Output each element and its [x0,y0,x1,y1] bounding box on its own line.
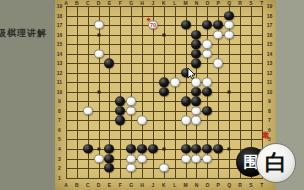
coordinate-label-row: 9 [268,99,271,104]
coordinate-label-row: 12 [267,70,273,75]
coordinate-label-row: 6 [268,127,271,132]
coordinate-label-column: B [75,0,79,5]
coordinate-label-column: M [183,0,187,5]
coordinate-label-row: 10 [57,89,63,94]
black-stone [202,106,212,115]
coordinate-label-row: 11 [267,80,272,85]
coordinate-label-row: 8 [58,108,61,113]
coordinate-label-row: 15 [57,42,63,47]
star-point [228,147,231,150]
white-stone [126,106,136,115]
lecture-title: 级棋理讲解 [0,28,57,39]
white-stone [181,154,191,163]
coordinate-label-column: E [108,182,111,187]
coordinate-label-column: P [217,0,220,5]
black-stone [148,144,158,153]
black-stone [213,20,223,29]
white-stone [191,154,201,163]
black-stone [213,144,223,153]
star-point [162,147,165,150]
white-stone [224,30,234,39]
coordinate-label-row: 16 [57,32,63,37]
black-stone [137,144,147,153]
coordinate-label-column: R [238,0,242,5]
white-stone [170,78,180,87]
coordinate-label-row: 4 [58,146,61,151]
coordinate-label-column: D [97,0,101,5]
logo-white-stone-icon: 白 [256,143,296,183]
coordinate-label-column: H [140,0,144,5]
black-stone [104,58,114,67]
coordinate-label-column: G [129,0,133,5]
white-stone [202,154,212,163]
black-stone [202,144,212,153]
grid-line-horizontal [66,120,263,121]
white-stone [137,154,147,163]
white-stone [191,116,201,125]
coordinate-label-row: 18 [57,13,63,18]
white-stone [94,20,104,29]
grid-line-horizontal [66,139,263,140]
black-stone [126,144,136,153]
coordinate-label-column: D [97,182,101,187]
star-point [97,33,100,36]
white-stone [126,154,136,163]
star-point [97,147,100,150]
last-move-number: 70 [150,23,156,28]
coordinate-label-row: 3 [58,156,61,161]
coordinate-label-row: 13 [57,61,63,66]
star-point [97,90,100,93]
black-stone [83,144,93,153]
coordinate-label-row: 8 [268,108,271,113]
coordinate-label-row: 15 [267,42,273,47]
white-stone [202,49,212,58]
star-point [162,33,165,36]
white-stone [83,106,93,115]
coordinate-label-row: 7 [58,118,61,123]
grid-line-horizontal [66,101,263,102]
coordinate-label-row: 7 [268,118,271,123]
coordinate-label-column: Q [227,0,231,5]
black-stone [191,87,201,96]
coordinate-label-row: 17 [57,23,63,28]
coordinate-label-column: A [64,182,68,187]
coordinate-label-row: 6 [58,127,61,132]
white-stone [94,154,104,163]
coordinate-label-column: C [86,0,90,5]
grid-line-horizontal [66,111,263,112]
coordinate-label-column: J [152,0,155,5]
white-stone [94,49,104,58]
coordinate-label-column: N [195,0,199,5]
coordinate-label-column: E [108,0,111,5]
video-frame: { "game": "go", "board_size": 19, "left_… [0,0,304,190]
coordinate-label-row: 14 [57,51,63,56]
coordinate-label-column: L [173,182,176,187]
black-stone [224,11,234,20]
coordinate-label-row: 10 [267,89,273,94]
left-info-panel: 级棋理讲解 [0,0,56,190]
coordinate-label-column: R [238,182,242,187]
white-stone [213,58,223,67]
white-stone [191,106,201,115]
coordinate-label-row: 14 [267,51,273,56]
white-stone [202,39,212,48]
black-stone [104,144,114,153]
coordinate-label-column: F [119,0,122,5]
black-stone [191,49,201,58]
white-stone [126,163,136,172]
coordinate-label-column: F [119,182,122,187]
coordinate-label-column: K [162,182,166,187]
coordinate-label-column: H [140,182,144,187]
coordinate-label-column: O [205,182,209,187]
coordinate-label-column: C [86,182,90,187]
coordinate-label-row: 9 [58,99,61,104]
coordinate-label-column: P [217,182,220,187]
white-stone [181,116,191,125]
grid-line-horizontal [66,130,263,131]
white-stone [159,163,169,172]
coordinate-label-row: 2 [58,166,61,171]
black-stone [181,144,191,153]
black-stone [115,116,125,125]
coordinate-label-row: 12 [57,70,63,75]
coordinate-label-row: 19 [267,4,273,9]
black-stone [191,39,201,48]
coordinate-label-row: 13 [267,61,273,66]
black-stone [159,87,169,96]
coordinate-label-column: T [260,0,263,5]
coordinate-label-row: 19 [57,4,63,9]
white-stone [213,30,223,39]
black-stone [159,78,169,87]
black-stone [104,154,114,163]
black-stone [191,30,201,39]
coordinate-label-row: 17 [267,23,273,28]
black-stone [202,20,212,29]
coordinate-label-column: Q [227,182,231,187]
coordinate-label-column: M [183,182,187,187]
white-stone [126,97,136,106]
white-stone [137,116,147,125]
black-stone [115,106,125,115]
white-stone [224,20,234,29]
black-stone [115,97,125,106]
black-stone [191,144,201,153]
coordinate-label-column: S [249,0,252,5]
coordinate-label-column: K [162,0,166,5]
coordinate-label-column: J [152,182,155,187]
grid-line-horizontal [66,178,263,179]
grid-line-vertical [175,6,176,179]
coordinate-label-column: O [205,0,209,5]
black-stone [181,20,191,29]
black-stone [202,87,212,96]
black-stone [191,97,201,106]
coordinate-label-row: 5 [58,137,61,142]
black-stone [181,97,191,106]
coordinate-label-column: G [129,182,133,187]
coordinate-label-row: 1 [58,175,61,180]
channel-logo: 南天 围 白 [244,135,304,190]
coordinate-label-row: 11 [57,80,62,85]
black-stone [104,163,114,172]
star-point [228,90,231,93]
mouse-cursor-icon [187,66,196,78]
coordinate-label-column: B [75,182,79,187]
white-stone [202,78,212,87]
coordinate-label-column: A [64,0,68,5]
coordinate-label-column: N [195,182,199,187]
coordinate-label-row: 16 [267,32,273,37]
coordinate-label-row: 18 [267,13,273,18]
coordinate-label-column: L [173,0,176,5]
